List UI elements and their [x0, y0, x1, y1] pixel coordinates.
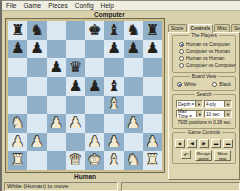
- white-rook[interactable]: ♜: [11, 153, 24, 168]
- stop-button[interactable]: ■: [175, 139, 185, 148]
- board-view-group-title: Board View: [190, 74, 218, 79]
- black-pawn[interactable]: ♟: [11, 41, 24, 56]
- menu-item-game[interactable]: Game: [23, 2, 41, 9]
- radio-label: Human vs Computer: [186, 42, 230, 47]
- square-d4[interactable]: [66, 96, 85, 115]
- players-radio-list: Human vs ComputerComputer vs HumanHuman …: [175, 42, 233, 68]
- black-pawn[interactable]: ♟: [146, 41, 159, 56]
- square-d1[interactable]: ♛: [66, 151, 85, 170]
- radio-label: Human vs Human: [186, 56, 224, 61]
- square-b4[interactable]: [27, 96, 46, 115]
- square-b8[interactable]: ♞: [27, 21, 46, 40]
- square-h6[interactable]: [143, 58, 162, 77]
- white-pawn[interactable]: ♟: [88, 134, 101, 149]
- game-controls-group: Game Controls ■◀▶▬▬ ↶ Resign game Move n…: [172, 132, 236, 164]
- square-f3[interactable]: [104, 114, 123, 133]
- black-knight[interactable]: ♞: [30, 22, 43, 37]
- turn-status-text: White (Human) to move: [4, 182, 118, 191]
- square-g4[interactable]: [124, 96, 143, 115]
- white-bishop[interactable]: ♝: [107, 153, 120, 168]
- white-pawn[interactable]: ♟: [11, 134, 24, 149]
- square-f1[interactable]: ♝: [104, 151, 123, 170]
- black-pawn[interactable]: ♟: [30, 41, 43, 56]
- black-rook[interactable]: ♜: [146, 22, 159, 37]
- square-d3[interactable]: ♟: [66, 114, 85, 133]
- square-c6[interactable]: ♟: [47, 58, 66, 77]
- square-c1[interactable]: [47, 151, 66, 170]
- square-h4[interactable]: [143, 96, 162, 115]
- square-e3[interactable]: [85, 114, 104, 133]
- square-a7[interactable]: ♟: [8, 40, 27, 59]
- square-b5[interactable]: [27, 77, 46, 96]
- square-e5[interactable]: ♟: [85, 77, 104, 96]
- square-g3[interactable]: ♟: [124, 114, 143, 133]
- white-bishop[interactable]: ♝: [107, 97, 120, 112]
- menu-item-file[interactable]: File: [6, 2, 16, 9]
- radio-view-label: White: [184, 82, 196, 87]
- square-a1[interactable]: ♜: [8, 151, 27, 170]
- black-pawn[interactable]: ♟: [126, 41, 139, 56]
- chevron-down-icon[interactable]: ▼: [196, 111, 202, 117]
- chevron-down-icon[interactable]: ▼: [224, 111, 231, 117]
- square-e2[interactable]: ♟: [85, 133, 104, 152]
- players-group: The Players Human vs ComputerComputer vs…: [172, 35, 236, 73]
- max-time-value: 10 sec: [206, 112, 220, 117]
- square-f4[interactable]: ♝: [104, 96, 123, 115]
- depth-select[interactable]: 4-ply ▼: [204, 100, 232, 108]
- square-h2[interactable]: ♟: [143, 133, 162, 152]
- radio-label: Computer vs Computer: [186, 63, 236, 68]
- square-f2[interactable]: ♟: [104, 133, 123, 152]
- white-pawn[interactable]: ♟: [107, 134, 120, 149]
- menu-item-config[interactable]: Config: [75, 2, 94, 9]
- radio-computer-vs-human[interactable]: Computer vs Human: [179, 49, 233, 54]
- tab-controls[interactable]: Controls: [188, 24, 214, 33]
- chevron-down-icon[interactable]: ▼: [195, 101, 202, 107]
- board-view-radio-list: WhiteBlack: [175, 81, 233, 88]
- human-player-label: Human: [74, 173, 96, 180]
- black-pawn[interactable]: ♟: [107, 41, 120, 56]
- skip-end-button[interactable]: ▬: [223, 139, 233, 148]
- square-h7[interactable]: ♟: [143, 40, 162, 59]
- white-queen[interactable]: ♛: [69, 153, 82, 168]
- menu-item-help[interactable]: Help: [101, 2, 114, 9]
- square-h8[interactable]: ♜: [143, 21, 162, 40]
- square-a5[interactable]: [8, 77, 27, 96]
- max-time-select[interactable]: 10 sec ▼: [204, 110, 232, 118]
- square-e7[interactable]: [85, 40, 104, 59]
- radio-icon[interactable]: [179, 63, 184, 68]
- chevron-down-icon[interactable]: ▼: [224, 101, 231, 107]
- radio-view-label: Black: [219, 82, 231, 87]
- square-f7[interactable]: ♟: [104, 40, 123, 59]
- square-h5[interactable]: [143, 77, 162, 96]
- white-king[interactable]: ♚: [88, 153, 101, 168]
- white-pawn[interactable]: ♟: [49, 115, 62, 130]
- players-group-title: The Players: [189, 33, 219, 38]
- white-rook[interactable]: ♜: [146, 153, 159, 168]
- menu-bar: FileGamePiecesConfigHelp: [2, 1, 240, 11]
- radio-icon[interactable]: [179, 49, 184, 54]
- chess-board-frame: ♜♞♚♝♞♜♟♟♟♟♟♟♛♟♟♝♝♞♟♟♟♟♟♟♟♟♜♛♚♝♞♜: [5, 18, 165, 173]
- square-g5[interactable]: [124, 77, 143, 96]
- black-knight[interactable]: ♞: [126, 22, 139, 37]
- chess-app-window: FileGamePiecesConfigHelp Computer ♜♞♚♝♞♜…: [0, 0, 240, 191]
- radio-view-black[interactable]: Black: [212, 82, 231, 87]
- step-back-button[interactable]: ◀: [187, 139, 197, 148]
- square-a4[interactable]: [8, 96, 27, 115]
- square-g7[interactable]: ♟: [124, 40, 143, 59]
- status-bar-right-cell: [121, 182, 240, 191]
- step-forward-button[interactable]: ▶: [199, 139, 209, 148]
- radio-label: Computer vs Human: [186, 49, 230, 54]
- black-rook[interactable]: ♜: [11, 22, 24, 37]
- media-button-row: ■◀▶▬▬: [175, 139, 233, 148]
- radio-icon[interactable]: [212, 82, 217, 87]
- controls-tab-page: The Players Human vs ComputerComputer vs…: [168, 32, 240, 180]
- square-c8[interactable]: [47, 21, 66, 40]
- radio-icon[interactable]: [177, 82, 182, 87]
- resign-game-button[interactable]: Resign game: [195, 150, 212, 161]
- radio-human-vs-human[interactable]: Human vs Human: [179, 56, 233, 61]
- chess-board: ♜♞♚♝♞♜♟♟♟♟♟♟♛♟♟♝♝♞♟♟♟♟♟♟♟♟♜♛♚♝♞♜: [8, 21, 162, 170]
- search-group-title: Search: [194, 92, 213, 97]
- black-pawn[interactable]: ♟: [49, 60, 62, 75]
- square-h1[interactable]: ♜: [143, 151, 162, 170]
- square-b1[interactable]: [27, 151, 46, 170]
- search-group: Search Depth = ▼ 4-ply ▼ Max Time = ▼ 10…: [172, 94, 236, 129]
- radio-view-white[interactable]: White: [177, 82, 196, 87]
- square-b7[interactable]: ♟: [27, 40, 46, 59]
- menu-item-pieces[interactable]: Pieces: [48, 2, 68, 9]
- square-a6[interactable]: [8, 58, 27, 77]
- max-time-label: Max Time =: [178, 109, 196, 119]
- square-e6[interactable]: [85, 58, 104, 77]
- black-bishop[interactable]: ♝: [107, 78, 120, 93]
- black-bishop[interactable]: ♝: [107, 22, 120, 37]
- square-g8[interactable]: ♞: [124, 21, 143, 40]
- depth-value: 4-ply: [206, 102, 216, 107]
- move-now-button[interactable]: Move now: [214, 150, 231, 161]
- square-e8[interactable]: ♚: [85, 21, 104, 40]
- square-h3[interactable]: [143, 114, 162, 133]
- square-b2[interactable]: ♟: [27, 133, 46, 152]
- square-d2[interactable]: [66, 133, 85, 152]
- square-d6[interactable]: ♛: [66, 58, 85, 77]
- square-d7[interactable]: [66, 40, 85, 59]
- square-c7[interactable]: [47, 40, 66, 59]
- square-e4[interactable]: [85, 96, 104, 115]
- square-a3[interactable]: ♞: [8, 114, 27, 133]
- white-pawn[interactable]: ♟: [146, 134, 159, 149]
- black-queen[interactable]: ♛: [69, 60, 82, 75]
- board-view-group: Board View WhiteBlack: [172, 76, 236, 91]
- square-c3[interactable]: ♟: [47, 114, 66, 133]
- search-stats-text: 7935 positions in 0.28 sec: [175, 120, 233, 125]
- black-pawn[interactable]: ♟: [88, 78, 101, 93]
- radio-icon[interactable]: [179, 42, 184, 47]
- square-g1[interactable]: ♞: [124, 151, 143, 170]
- white-knight[interactable]: ♞: [11, 115, 24, 130]
- square-f8[interactable]: ♝: [104, 21, 123, 40]
- max-time-label-combo[interactable]: Max Time = ▼: [176, 110, 203, 118]
- black-king[interactable]: ♚: [88, 22, 101, 37]
- square-g2[interactable]: [124, 133, 143, 152]
- square-f5[interactable]: ♝: [104, 77, 123, 96]
- square-a8[interactable]: ♜: [8, 21, 27, 40]
- depth-label: Depth =: [178, 102, 194, 107]
- square-d8[interactable]: [66, 21, 85, 40]
- square-g6[interactable]: [124, 58, 143, 77]
- depth-label-combo[interactable]: Depth = ▼: [176, 100, 203, 108]
- white-pawn[interactable]: ♟: [30, 134, 43, 149]
- square-a2[interactable]: ♟: [8, 133, 27, 152]
- white-pawn[interactable]: ♟: [126, 115, 139, 130]
- square-b3[interactable]: [27, 114, 46, 133]
- status-bar: White (Human) to move: [2, 180, 240, 191]
- white-knight[interactable]: ♞: [126, 153, 139, 168]
- square-f6[interactable]: [104, 58, 123, 77]
- square-c2[interactable]: [47, 133, 66, 152]
- square-e1[interactable]: ♚: [85, 151, 104, 170]
- computer-player-label: Computer: [94, 11, 125, 18]
- game-controls-group-title: Game Controls: [186, 130, 222, 135]
- radio-human-vs-computer[interactable]: Human vs Computer: [179, 42, 233, 47]
- square-c5[interactable]: [47, 77, 66, 96]
- radio-computer-vs-computer[interactable]: Computer vs Computer: [179, 63, 233, 68]
- black-pawn[interactable]: ♟: [69, 78, 82, 93]
- square-d5[interactable]: ♟: [66, 77, 85, 96]
- white-pawn[interactable]: ♟: [69, 115, 82, 130]
- square-b6[interactable]: [27, 58, 46, 77]
- radio-icon[interactable]: [179, 56, 184, 61]
- undo-move-button[interactable]: ↶: [181, 150, 191, 159]
- skip-start-button[interactable]: ▬: [211, 139, 221, 148]
- square-c4[interactable]: [47, 96, 66, 115]
